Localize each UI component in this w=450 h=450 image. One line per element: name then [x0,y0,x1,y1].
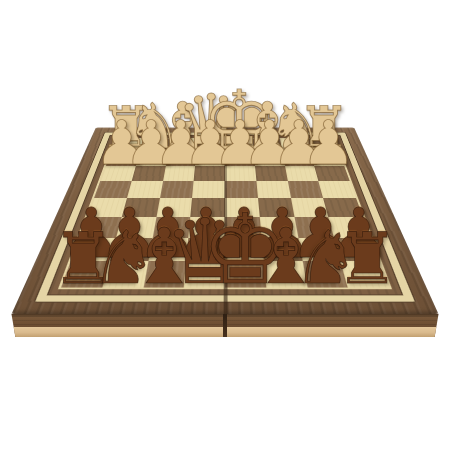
square-r7c4 [225,261,266,287]
square-r4c7 [323,198,363,217]
square-r7c2 [143,261,186,287]
square-r0c2 [168,138,198,151]
square-r1c3 [195,151,225,165]
square-r2c5 [255,165,288,180]
square-r5c1 [116,217,156,238]
square-r4c6 [291,198,329,217]
square-r1c1 [136,151,168,165]
square-r0c4 [225,138,253,151]
square-r5c2 [152,217,190,238]
square-r4c1 [122,198,160,217]
square-r6c3 [186,238,225,261]
box-fold-gap [223,314,227,337]
square-r2c2 [163,165,196,180]
square-r5c7 [328,217,370,238]
square-r5c6 [294,217,334,238]
square-r3c7 [319,181,356,198]
square-r5c0 [79,217,121,238]
chess-board [11,127,439,314]
square-r3c3 [192,181,225,198]
square-r1c7 [310,151,344,165]
square-r0c3 [197,138,225,151]
square-r0c6 [280,138,311,151]
square-r5c3 [189,217,225,238]
square-r6c2 [148,238,189,261]
square-r4c3 [191,198,225,217]
square-r4c5 [258,198,294,217]
square-r3c0 [94,181,131,198]
chess-set-photo: ♜♞♝♛♚♝♞♜♟♟♟♟♟♟♟♟♟♟♟♟♟♟♟♟♜♞♝♛♚♝♞♜ [0,0,450,450]
square-r4c4 [225,198,259,217]
square-r6c4 [225,238,264,261]
square-r2c7 [314,165,349,180]
square-r2c1 [131,165,165,180]
square-r7c1 [102,261,148,287]
square-r2c3 [194,165,225,180]
square-r7c5 [264,261,307,287]
square-r5c4 [225,217,261,238]
box-front-face [8,314,442,337]
square-r1c5 [253,151,284,165]
square-r4c0 [87,198,127,217]
square-r1c6 [282,151,314,165]
square-r3c5 [256,181,290,198]
square-r1c0 [106,151,140,165]
square-r6c5 [261,238,302,261]
square-r3c4 [225,181,258,198]
square-r7c3 [184,261,225,287]
square-r0c0 [111,138,143,151]
square-r0c1 [140,138,171,151]
square-r3c1 [127,181,163,198]
square-r5c5 [259,217,297,238]
square-r1c4 [225,151,255,165]
square-r3c6 [287,181,323,198]
square-r0c5 [252,138,282,151]
square-r1c2 [165,151,196,165]
square-r6c1 [109,238,152,261]
square-r0c7 [307,138,339,151]
square-r2c4 [225,165,256,180]
square-r3c2 [160,181,194,198]
square-r2c6 [285,165,319,180]
square-r4c2 [156,198,192,217]
square-r2c0 [100,165,135,180]
